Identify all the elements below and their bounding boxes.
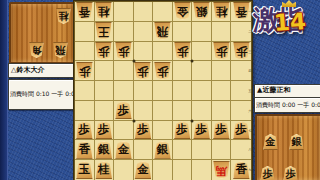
board-square-4f[interactable]	[173, 101, 193, 121]
sente-piece-歩[interactable]: 歩	[283, 166, 298, 180]
board-square-6e[interactable]	[134, 81, 154, 101]
gote-piece-桂[interactable]: 桂	[213, 2, 230, 20]
board-square-8a[interactable]: 桂	[95, 2, 115, 22]
board-square-1g[interactable]: 歩	[231, 121, 251, 141]
board-square-3h[interactable]	[192, 140, 212, 160]
gote-piece-香[interactable]: 香	[233, 2, 250, 20]
sente-captured-tray[interactable]: 金銀歩歩	[255, 114, 320, 180]
board-square-9b[interactable]	[75, 22, 95, 42]
sente-piece-歩[interactable]: 歩	[174, 121, 191, 139]
sente-piece-歩[interactable]: 歩	[213, 121, 230, 139]
board-square-4b[interactable]	[173, 22, 193, 42]
gote-piece-飛[interactable]: 飛	[53, 42, 68, 58]
window-edge	[0, 0, 8, 180]
gote-piece-歩[interactable]: 歩	[134, 62, 151, 80]
board-square-8i[interactable]: 桂	[95, 160, 115, 180]
board-square-1h[interactable]	[231, 140, 251, 160]
board-square-9a[interactable]: 香	[75, 2, 95, 22]
sente-piece-金[interactable]: 金	[263, 134, 278, 150]
board-square-7h[interactable]: 金	[114, 140, 134, 160]
gote-player-name: △鈴木大介	[8, 63, 78, 78]
board-square-6g[interactable]: 歩	[134, 121, 154, 141]
board-square-2f[interactable]	[212, 101, 232, 121]
board-square-2b[interactable]	[212, 22, 232, 42]
board-square-2h[interactable]	[212, 140, 232, 160]
gote-piece-歩[interactable]: 歩	[233, 42, 250, 60]
gote-piece-桂[interactable]: 桂	[56, 8, 71, 24]
board-square-6i[interactable]: 金	[134, 160, 154, 180]
board-square-2d[interactable]	[212, 61, 232, 81]
board-square-8b[interactable]: 王	[95, 22, 115, 42]
board-square-7g[interactable]	[114, 121, 134, 141]
gote-piece-王[interactable]: 王	[95, 22, 112, 40]
board-square-1d[interactable]	[231, 61, 251, 81]
shogi-board[interactable]: 香桂金銀桂香王飛歩歩歩歩歩歩歩歩歩歩歩歩歩歩歩歩香銀金銀玉桂金馬香一二三四五六七…	[74, 1, 252, 180]
board-square-9c[interactable]	[75, 42, 95, 62]
sente-piece-歩[interactable]: 歩	[115, 101, 132, 119]
sente-piece-金[interactable]: 金	[115, 141, 132, 159]
gekisashi-logo: 激指 14	[252, 0, 320, 50]
gote-piece-銀[interactable]: 銀	[193, 2, 210, 20]
sente-piece-桂[interactable]: 桂	[95, 161, 112, 179]
board-square-9f[interactable]	[75, 101, 95, 121]
board-square-6f[interactable]	[134, 101, 154, 121]
sente-piece-香[interactable]: 香	[233, 161, 250, 179]
sente-piece-歩[interactable]: 歩	[134, 121, 151, 139]
board-square-2i[interactable]: 馬	[212, 160, 232, 180]
gote-piece-歩[interactable]: 歩	[76, 62, 93, 80]
sente-piece-歩[interactable]: 歩	[233, 121, 250, 139]
board-square-4d[interactable]	[173, 61, 193, 81]
sente-piece-香[interactable]: 香	[76, 141, 93, 159]
board-square-3f[interactable]	[192, 101, 212, 121]
sente-piece-歩[interactable]: 歩	[260, 166, 275, 180]
board-square-1a[interactable]: 香	[231, 2, 251, 22]
gote-piece-桂[interactable]: 桂	[95, 2, 112, 20]
board-square-8h[interactable]: 銀	[95, 140, 115, 160]
app-window: 桂角飛 △鈴木大介 消費時間 0:10 一手 0:00 香桂金銀桂香王飛歩歩歩歩…	[0, 0, 320, 180]
board-square-9i[interactable]: 玉	[75, 160, 95, 180]
sente-piece-歩[interactable]: 歩	[193, 121, 210, 139]
promoted-gote-piece-馬[interactable]: 馬	[213, 161, 230, 179]
board-square-2a[interactable]: 桂	[212, 2, 232, 22]
sente-piece-金[interactable]: 金	[134, 161, 151, 179]
board-square-8c[interactable]: 歩	[95, 42, 115, 62]
gote-piece-歩[interactable]: 歩	[95, 42, 112, 60]
board-square-7e[interactable]	[114, 81, 134, 101]
board-square-5g[interactable]	[153, 121, 173, 141]
board-square-3b[interactable]	[192, 22, 212, 42]
board-square-7d[interactable]	[114, 61, 134, 81]
board-square-9d[interactable]: 歩	[75, 61, 95, 81]
board-square-5f[interactable]	[153, 101, 173, 121]
sente-piece-銀[interactable]: 銀	[289, 134, 304, 150]
gote-captured-tray[interactable]: 桂角飛	[9, 2, 76, 64]
board-square-4g[interactable]: 歩	[173, 121, 193, 141]
board-square-6h[interactable]	[134, 140, 154, 160]
board-square-1e[interactable]	[231, 81, 251, 101]
board-square-6c[interactable]	[134, 42, 154, 62]
gote-piece-歩[interactable]: 歩	[115, 42, 132, 60]
board-square-7b[interactable]	[114, 22, 134, 42]
logo-version-number: 14	[273, 8, 307, 36]
board-square-3d[interactable]	[192, 61, 212, 81]
board-square-1f[interactable]	[231, 101, 251, 121]
board-square-6a[interactable]	[134, 2, 154, 22]
board-square-4e[interactable]	[173, 81, 193, 101]
board-square-7f[interactable]: 歩	[114, 101, 134, 121]
sente-piece-銀[interactable]: 銀	[154, 141, 171, 159]
gote-piece-香[interactable]: 香	[76, 2, 93, 20]
board-square-5d[interactable]: 歩	[153, 61, 173, 81]
sente-time-display: 消費時間 0:00 一手 0:00	[254, 97, 320, 113]
board-square-1c[interactable]: 歩	[231, 42, 251, 62]
gote-piece-歩[interactable]: 歩	[213, 42, 230, 60]
gote-time-display: 消費時間 0:10 一手 0:00	[8, 79, 77, 110]
board-square-7c[interactable]: 歩	[114, 42, 134, 62]
board-square-4a[interactable]: 金	[173, 2, 193, 22]
board-square-5b[interactable]: 飛	[153, 22, 173, 42]
board-square-1i[interactable]: 香	[231, 160, 251, 180]
board-square-2c[interactable]: 歩	[212, 42, 232, 62]
board-square-2g[interactable]: 歩	[212, 121, 232, 141]
sente-player-name: ▲近藤正和	[254, 84, 320, 98]
board-square-6b[interactable]	[134, 22, 154, 42]
board-square-5e[interactable]	[153, 81, 173, 101]
board-square-4i[interactable]	[173, 160, 193, 180]
gote-piece-飛[interactable]: 飛	[154, 22, 171, 40]
sente-piece-歩[interactable]: 歩	[76, 121, 93, 139]
board-square-4h[interactable]	[173, 140, 193, 160]
board-square-3g[interactable]: 歩	[192, 121, 212, 141]
board-square-8e[interactable]	[95, 81, 115, 101]
board-square-5i[interactable]	[153, 160, 173, 180]
board-square-3i[interactable]	[192, 160, 212, 180]
gote-piece-歩[interactable]: 歩	[174, 42, 191, 60]
gote-piece-歩[interactable]: 歩	[154, 62, 171, 80]
board-square-9g[interactable]: 歩	[75, 121, 95, 141]
board-square-8f[interactable]	[95, 101, 115, 121]
board-square-6d[interactable]: 歩	[134, 61, 154, 81]
board-square-4c[interactable]: 歩	[173, 42, 193, 62]
board-square-7i[interactable]	[114, 160, 134, 180]
board-square-7a[interactable]	[114, 2, 134, 22]
board-square-1b[interactable]	[231, 22, 251, 42]
board-square-5a[interactable]	[153, 2, 173, 22]
gote-piece-金[interactable]: 金	[174, 2, 191, 20]
sente-piece-歩[interactable]: 歩	[95, 121, 112, 139]
board-square-9e[interactable]	[75, 81, 95, 101]
board-square-3c[interactable]	[192, 42, 212, 62]
board-square-2e[interactable]	[212, 81, 232, 101]
board-square-9h[interactable]: 香	[75, 140, 95, 160]
board-square-8g[interactable]: 歩	[95, 121, 115, 141]
board-square-3e[interactable]	[192, 81, 212, 101]
board-square-3a[interactable]: 銀	[192, 2, 212, 22]
board-square-8d[interactable]	[95, 61, 115, 81]
sente-piece-玉[interactable]: 玉	[76, 161, 93, 179]
board-square-5c[interactable]	[153, 42, 173, 62]
gote-piece-角[interactable]: 角	[29, 42, 44, 58]
board-square-5h[interactable]: 銀	[153, 140, 173, 160]
sente-piece-銀[interactable]: 銀	[95, 141, 112, 159]
